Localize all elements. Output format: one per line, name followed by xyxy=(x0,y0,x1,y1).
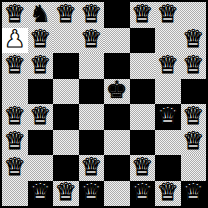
square-e2 xyxy=(104,155,130,181)
square-e1 xyxy=(104,181,130,207)
square-a2: ♛ xyxy=(2,155,28,181)
square-b4: ♛ xyxy=(28,104,54,130)
square-h5 xyxy=(181,79,207,105)
square-h6: ♛ xyxy=(181,53,207,79)
square-a6: ♛ xyxy=(2,53,28,79)
square-a8: ♛ xyxy=(2,2,28,28)
square-g2 xyxy=(155,155,181,181)
square-d5 xyxy=(79,79,105,105)
square-c6 xyxy=(53,53,79,79)
square-f2: ♛ xyxy=(130,155,156,181)
square-b8: ♞ xyxy=(28,2,54,28)
white-queen-piece: ♛ xyxy=(157,53,179,77)
square-c5 xyxy=(53,79,79,105)
white-queen-piece: ♛ xyxy=(29,28,51,52)
square-b7: ♛ xyxy=(28,28,54,54)
white-queen-piece: ♛ xyxy=(182,28,204,52)
square-h8 xyxy=(181,2,207,28)
chess-board: ♛♞♛♛♛♛♟♛♛♛♛♛♛♛♚♛♛♛♛♛♛♛♛♛♛♛♛♛♛♛ xyxy=(2,2,206,206)
white-queen-piece: ♛ xyxy=(157,104,179,128)
square-a7: ♟ xyxy=(2,28,28,54)
square-c4 xyxy=(53,104,79,130)
square-d7: ♛ xyxy=(79,28,105,54)
white-queen-piece: ♛ xyxy=(182,130,204,154)
square-b1: ♛ xyxy=(28,181,54,207)
white-queen-piece: ♛ xyxy=(182,181,204,205)
white-queen-piece: ♛ xyxy=(4,53,26,77)
white-queen-piece: ♛ xyxy=(55,2,77,26)
square-d6 xyxy=(79,53,105,79)
white-queen-piece: ♛ xyxy=(29,181,51,205)
square-h3: ♛ xyxy=(181,130,207,156)
square-a4: ♛ xyxy=(2,104,28,130)
square-f6 xyxy=(130,53,156,79)
square-g7 xyxy=(155,28,181,54)
square-d8: ♛ xyxy=(79,2,105,28)
square-g4: ♛ xyxy=(155,104,181,130)
white-queen-piece: ♛ xyxy=(157,2,179,26)
square-d4 xyxy=(79,104,105,130)
white-queen-piece: ♛ xyxy=(131,2,153,26)
white-queen-piece: ♛ xyxy=(131,155,153,179)
square-f8: ♛ xyxy=(130,2,156,28)
square-h1: ♛ xyxy=(181,181,207,207)
square-f7 xyxy=(130,28,156,54)
square-e7 xyxy=(104,28,130,54)
square-f5 xyxy=(130,79,156,105)
square-b2 xyxy=(28,155,54,181)
square-c3 xyxy=(53,130,79,156)
white-queen-piece: ♛ xyxy=(182,53,204,77)
square-f3 xyxy=(130,130,156,156)
square-b3 xyxy=(28,130,54,156)
white-queen-piece: ♛ xyxy=(55,181,77,205)
white-queen-piece: ♛ xyxy=(80,155,102,179)
white-queen-piece: ♛ xyxy=(131,181,153,205)
black-king-piece: ♚ xyxy=(106,79,128,103)
white-queen-piece: ♛ xyxy=(4,2,26,26)
square-g8: ♛ xyxy=(155,2,181,28)
square-c8: ♛ xyxy=(53,2,79,28)
square-f1: ♛ xyxy=(130,181,156,207)
square-a1 xyxy=(2,181,28,207)
square-e6 xyxy=(104,53,130,79)
white-queen-piece: ♛ xyxy=(80,181,102,205)
white-queen-piece: ♛ xyxy=(4,155,26,179)
square-e4 xyxy=(104,104,130,130)
square-d1: ♛ xyxy=(79,181,105,207)
square-b5 xyxy=(28,79,54,105)
white-queen-piece: ♛ xyxy=(29,53,51,77)
square-a3: ♛ xyxy=(2,130,28,156)
square-g3 xyxy=(155,130,181,156)
white-pawn-piece: ♟ xyxy=(4,28,26,52)
white-queen-piece: ♛ xyxy=(80,28,102,52)
square-e3 xyxy=(104,130,130,156)
white-queen-piece: ♛ xyxy=(4,104,26,128)
square-e8 xyxy=(104,2,130,28)
square-g6: ♛ xyxy=(155,53,181,79)
square-d2: ♛ xyxy=(79,155,105,181)
square-h2 xyxy=(181,155,207,181)
white-queen-piece: ♛ xyxy=(4,130,26,154)
square-b6: ♛ xyxy=(28,53,54,79)
square-c2 xyxy=(53,155,79,181)
white-queen-piece: ♛ xyxy=(182,104,204,128)
square-d3 xyxy=(79,130,105,156)
square-e5: ♚ xyxy=(104,79,130,105)
black-knight-piece: ♞ xyxy=(29,2,51,26)
square-h4: ♛ xyxy=(181,104,207,130)
white-queen-piece: ♛ xyxy=(80,2,102,26)
square-h7: ♛ xyxy=(181,28,207,54)
square-g5 xyxy=(155,79,181,105)
square-f4 xyxy=(130,104,156,130)
white-queen-piece: ♛ xyxy=(157,181,179,205)
square-a5 xyxy=(2,79,28,105)
square-c1: ♛ xyxy=(53,181,79,207)
white-queen-piece: ♛ xyxy=(29,104,51,128)
board-frame: ♛♞♛♛♛♛♟♛♛♛♛♛♛♛♚♛♛♛♛♛♛♛♛♛♛♛♛♛♛♛ xyxy=(0,0,208,208)
square-c7 xyxy=(53,28,79,54)
square-g1: ♛ xyxy=(155,181,181,207)
